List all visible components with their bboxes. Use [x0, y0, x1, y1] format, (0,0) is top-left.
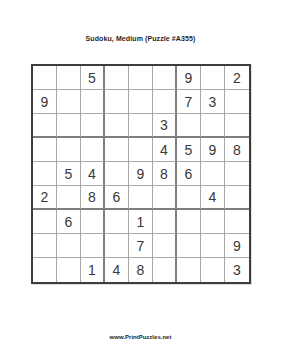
sudoku-cell-r3c7[interactable] — [177, 114, 201, 138]
footer-url: www.PrintPuzzles.net — [0, 334, 281, 340]
sudoku-cell-r4c2[interactable] — [57, 138, 81, 162]
sudoku-cell-r8c3[interactable] — [81, 234, 105, 258]
sudoku-cell-r7c9[interactable] — [225, 210, 249, 234]
sudoku-cell-r5c2[interactable]: 5 — [57, 162, 81, 186]
sudoku-cell-r2c9[interactable] — [225, 90, 249, 114]
sudoku-cell-r9c2[interactable] — [57, 258, 81, 282]
sudoku-cell-r7c5[interactable]: 1 — [129, 210, 153, 234]
sudoku-cell-r8c2[interactable] — [57, 234, 81, 258]
sudoku-cell-r1c4[interactable] — [105, 66, 129, 90]
sudoku-cell-r9c4[interactable]: 4 — [105, 258, 129, 282]
sudoku-cell-r6c5[interactable] — [129, 186, 153, 210]
sudoku-cell-r3c4[interactable] — [105, 114, 129, 138]
sudoku-cell-r9c9[interactable]: 3 — [225, 258, 249, 282]
sudoku-cell-r5c3[interactable]: 4 — [81, 162, 105, 186]
sudoku-cell-r8c8[interactable] — [201, 234, 225, 258]
sudoku-cell-r7c2[interactable]: 6 — [57, 210, 81, 234]
sudoku-cell-r8c5[interactable]: 7 — [129, 234, 153, 258]
sudoku-cell-r9c1[interactable] — [33, 258, 57, 282]
sudoku-cell-r4c1[interactable] — [33, 138, 57, 162]
sudoku-cell-r9c8[interactable] — [201, 258, 225, 282]
sudoku-cell-r7c3[interactable] — [81, 210, 105, 234]
printable-sudoku-page: Sudoku, Medium (Puzzle #A355) 5929733459… — [0, 0, 281, 363]
sudoku-cell-r1c3[interactable]: 5 — [81, 66, 105, 90]
sudoku-cell-r1c7[interactable]: 9 — [177, 66, 201, 90]
sudoku-cell-r6c7[interactable] — [177, 186, 201, 210]
sudoku-cell-r6c9[interactable] — [225, 186, 249, 210]
sudoku-cell-r1c9[interactable]: 2 — [225, 66, 249, 90]
sudoku-cell-r9c3[interactable]: 1 — [81, 258, 105, 282]
sudoku-cell-r2c6[interactable] — [153, 90, 177, 114]
sudoku-cell-r1c6[interactable] — [153, 66, 177, 90]
sudoku-cell-r2c1[interactable]: 9 — [33, 90, 57, 114]
sudoku-cell-r1c1[interactable] — [33, 66, 57, 90]
sudoku-cell-r3c9[interactable] — [225, 114, 249, 138]
sudoku-cell-r1c2[interactable] — [57, 66, 81, 90]
sudoku-cell-r4c3[interactable] — [81, 138, 105, 162]
sudoku-cell-r1c8[interactable] — [201, 66, 225, 90]
sudoku-cell-r5c5[interactable]: 9 — [129, 162, 153, 186]
sudoku-cell-r7c6[interactable] — [153, 210, 177, 234]
sudoku-cell-r7c8[interactable] — [201, 210, 225, 234]
sudoku-cell-r7c7[interactable] — [177, 210, 201, 234]
sudoku-cell-r8c7[interactable] — [177, 234, 201, 258]
sudoku-cell-r2c4[interactable] — [105, 90, 129, 114]
sudoku-cell-r1c5[interactable] — [129, 66, 153, 90]
sudoku-cell-r5c4[interactable] — [105, 162, 129, 186]
sudoku-cell-r3c6[interactable]: 3 — [153, 114, 177, 138]
sudoku-cell-r3c5[interactable] — [129, 114, 153, 138]
sudoku-cell-r3c2[interactable] — [57, 114, 81, 138]
sudoku-cell-r6c8[interactable]: 4 — [201, 186, 225, 210]
sudoku-cell-r6c4[interactable]: 6 — [105, 186, 129, 210]
sudoku-cell-r4c4[interactable] — [105, 138, 129, 162]
sudoku-cell-r8c9[interactable]: 9 — [225, 234, 249, 258]
sudoku-cell-r6c3[interactable]: 8 — [81, 186, 105, 210]
sudoku-cell-r3c8[interactable] — [201, 114, 225, 138]
sudoku-cell-r2c7[interactable]: 7 — [177, 90, 201, 114]
sudoku-cell-r7c4[interactable] — [105, 210, 129, 234]
sudoku-cell-r5c8[interactable] — [201, 162, 225, 186]
sudoku-cell-r4c6[interactable]: 4 — [153, 138, 177, 162]
sudoku-cell-r8c1[interactable] — [33, 234, 57, 258]
sudoku-cell-r3c1[interactable] — [33, 114, 57, 138]
sudoku-cell-r5c7[interactable]: 6 — [177, 162, 201, 186]
sudoku-cell-r4c7[interactable]: 5 — [177, 138, 201, 162]
sudoku-cell-r2c3[interactable] — [81, 90, 105, 114]
sudoku-cell-r7c1[interactable] — [33, 210, 57, 234]
sudoku-cell-r6c6[interactable] — [153, 186, 177, 210]
sudoku-cell-r8c4[interactable] — [105, 234, 129, 258]
sudoku-cell-r6c2[interactable] — [57, 186, 81, 210]
sudoku-cell-r4c8[interactable]: 9 — [201, 138, 225, 162]
sudoku-cell-r6c1[interactable]: 2 — [33, 186, 57, 210]
sudoku-cell-r5c9[interactable] — [225, 162, 249, 186]
sudoku-cell-r3c3[interactable] — [81, 114, 105, 138]
sudoku-cell-r2c2[interactable] — [57, 90, 81, 114]
sudoku-cell-r2c8[interactable]: 3 — [201, 90, 225, 114]
sudoku-cell-r2c5[interactable] — [129, 90, 153, 114]
sudoku-board: 5929733459854986286461791483 — [31, 64, 251, 284]
sudoku-cell-r9c7[interactable] — [177, 258, 201, 282]
sudoku-cell-r9c6[interactable] — [153, 258, 177, 282]
sudoku-cell-r8c6[interactable] — [153, 234, 177, 258]
sudoku-cell-r5c1[interactable] — [33, 162, 57, 186]
sudoku-cell-r4c5[interactable] — [129, 138, 153, 162]
puzzle-title: Sudoku, Medium (Puzzle #A355) — [0, 35, 281, 42]
sudoku-cell-r5c6[interactable]: 8 — [153, 162, 177, 186]
sudoku-cell-r4c9[interactable]: 8 — [225, 138, 249, 162]
sudoku-cell-r9c5[interactable]: 8 — [129, 258, 153, 282]
